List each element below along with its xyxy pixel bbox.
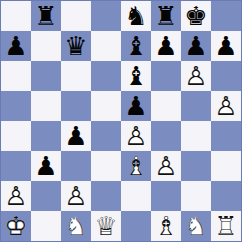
square-e6[interactable]: ♝	[121, 61, 151, 91]
square-f5[interactable]	[151, 91, 181, 121]
black-pawn: ♟	[181, 31, 211, 61]
white-bishop-fill: ♝	[121, 151, 151, 181]
square-a4[interactable]	[1, 121, 31, 151]
black-pawn: ♟	[211, 31, 241, 61]
black-king: ♚	[181, 1, 211, 31]
square-g2[interactable]	[181, 181, 211, 211]
square-b5[interactable]	[31, 91, 61, 121]
square-g8[interactable]: ♚	[181, 1, 211, 31]
square-f6[interactable]	[151, 61, 181, 91]
square-d2[interactable]	[91, 181, 121, 211]
black-rook: ♜	[31, 1, 61, 31]
square-f1[interactable]: ♝♗	[151, 211, 181, 241]
square-b8[interactable]: ♜	[31, 1, 61, 31]
square-d8[interactable]	[91, 1, 121, 31]
square-d1[interactable]: ♛♕	[91, 211, 121, 241]
black-queen: ♛	[61, 31, 91, 61]
square-d4[interactable]	[91, 121, 121, 151]
white-pawn: ♙	[121, 121, 151, 151]
white-bishop: ♗	[121, 151, 151, 181]
square-h3[interactable]	[211, 151, 241, 181]
black-pawn: ♟	[151, 31, 181, 61]
black-pawn: ♟	[121, 91, 151, 121]
square-f2[interactable]	[151, 181, 181, 211]
square-a5[interactable]	[1, 91, 31, 121]
square-h4[interactable]	[211, 121, 241, 151]
square-f4[interactable]	[151, 121, 181, 151]
white-knight-fill: ♞	[61, 211, 91, 241]
black-rook: ♜	[151, 1, 181, 31]
square-f3[interactable]: ♟♙	[151, 151, 181, 181]
square-b3[interactable]: ♟	[31, 151, 61, 181]
square-d3[interactable]	[91, 151, 121, 181]
black-bishop: ♝	[121, 31, 151, 61]
square-a7[interactable]: ♟	[1, 31, 31, 61]
square-e3[interactable]: ♝♗	[121, 151, 151, 181]
square-d6[interactable]	[91, 61, 121, 91]
square-a8[interactable]	[1, 1, 31, 31]
square-b6[interactable]	[31, 61, 61, 91]
square-c8[interactable]	[61, 1, 91, 31]
square-c6[interactable]	[61, 61, 91, 91]
square-f8[interactable]: ♜	[151, 1, 181, 31]
white-pawn: ♙	[1, 181, 31, 211]
square-e8[interactable]: ♞	[121, 1, 151, 31]
square-c5[interactable]	[61, 91, 91, 121]
white-knight-fill: ♞	[181, 211, 211, 241]
square-g1[interactable]: ♞♘	[181, 211, 211, 241]
square-b7[interactable]	[31, 31, 61, 61]
black-pawn: ♟	[61, 121, 91, 151]
black-pawn: ♟	[31, 151, 61, 181]
square-e2[interactable]	[121, 181, 151, 211]
square-h7[interactable]: ♟	[211, 31, 241, 61]
square-h8[interactable]	[211, 1, 241, 31]
square-a3[interactable]	[1, 151, 31, 181]
square-e7[interactable]: ♝	[121, 31, 151, 61]
square-e5[interactable]: ♟	[121, 91, 151, 121]
square-g5[interactable]	[181, 91, 211, 121]
white-knight: ♘	[181, 211, 211, 241]
square-a6[interactable]	[1, 61, 31, 91]
square-d5[interactable]	[91, 91, 121, 121]
white-pawn-fill: ♟	[61, 181, 91, 211]
square-g4[interactable]	[181, 121, 211, 151]
square-b2[interactable]	[31, 181, 61, 211]
square-c4[interactable]: ♟	[61, 121, 91, 151]
white-pawn-fill: ♟	[1, 181, 31, 211]
square-h6[interactable]	[211, 61, 241, 91]
square-e1[interactable]	[121, 211, 151, 241]
square-g6[interactable]: ♟♙	[181, 61, 211, 91]
square-c3[interactable]	[61, 151, 91, 181]
white-queen-fill: ♛	[91, 211, 121, 241]
white-pawn: ♙	[181, 61, 211, 91]
white-rook: ♖	[211, 211, 241, 241]
white-rook-fill: ♜	[211, 211, 241, 241]
black-bishop: ♝	[121, 61, 151, 91]
square-a2[interactable]: ♟♙	[1, 181, 31, 211]
white-pawn-fill: ♟	[181, 61, 211, 91]
square-h1[interactable]: ♜♖	[211, 211, 241, 241]
white-pawn-fill: ♟	[121, 121, 151, 151]
white-bishop-fill: ♝	[151, 211, 181, 241]
square-h2[interactable]	[211, 181, 241, 211]
square-f7[interactable]: ♟	[151, 31, 181, 61]
square-d7[interactable]	[91, 31, 121, 61]
white-king-fill: ♚	[1, 211, 31, 241]
white-pawn: ♙	[151, 151, 181, 181]
square-e4[interactable]: ♟♙	[121, 121, 151, 151]
square-h5[interactable]: ♟♙	[211, 91, 241, 121]
square-b1[interactable]	[31, 211, 61, 241]
white-queen: ♕	[91, 211, 121, 241]
white-pawn: ♙	[211, 91, 241, 121]
white-king: ♔	[1, 211, 31, 241]
white-pawn-fill: ♟	[211, 91, 241, 121]
square-c2[interactable]: ♟♙	[61, 181, 91, 211]
square-b4[interactable]	[31, 121, 61, 151]
black-pawn: ♟	[1, 31, 31, 61]
white-bishop: ♗	[151, 211, 181, 241]
black-knight: ♞	[121, 1, 151, 31]
white-knight: ♘	[61, 211, 91, 241]
square-c1[interactable]: ♞♘	[61, 211, 91, 241]
square-a1[interactable]: ♚♔	[1, 211, 31, 241]
white-pawn: ♙	[61, 181, 91, 211]
square-g3[interactable]	[181, 151, 211, 181]
chess-board-container: ♜♞♜♚♟♛♝♟♟♟♝♟♙♟♟♙♟♟♙♟♝♗♟♙♟♙♟♙♚♔♞♘♛♕♝♗♞♘♜♖	[0, 0, 242, 242]
square-c7[interactable]: ♛	[61, 31, 91, 61]
square-g7[interactable]: ♟	[181, 31, 211, 61]
white-pawn-fill: ♟	[151, 151, 181, 181]
chess-board: ♜♞♜♚♟♛♝♟♟♟♝♟♙♟♟♙♟♟♙♟♝♗♟♙♟♙♟♙♚♔♞♘♛♕♝♗♞♘♜♖	[0, 0, 242, 242]
